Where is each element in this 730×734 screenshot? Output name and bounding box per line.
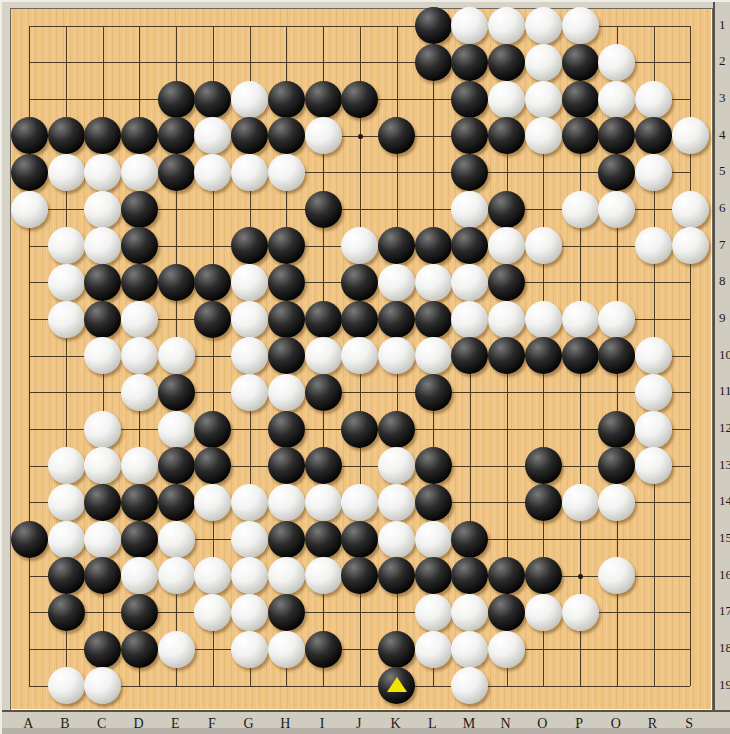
white-stone-E10 — [158, 337, 195, 374]
white-stone-M19 — [451, 667, 488, 704]
black-stone-L9 — [415, 301, 452, 338]
row-label-9: 9 — [719, 310, 726, 326]
white-stone-H5 — [268, 154, 305, 191]
white-stone-E12 — [158, 411, 195, 448]
black-stone-C9 — [84, 301, 121, 338]
black-stone-H8 — [268, 264, 305, 301]
row-label-17: 17 — [719, 603, 730, 619]
white-stone-L17 — [415, 594, 452, 631]
black-stone-I9 — [305, 301, 342, 338]
white-stone-G14 — [231, 484, 268, 521]
black-stone-J15 — [341, 521, 378, 558]
row-label-5: 5 — [719, 163, 726, 179]
white-stone-C19 — [84, 667, 121, 704]
white-stone-I10 — [305, 337, 342, 374]
white-stone-M1 — [451, 7, 488, 44]
white-stone-N1 — [488, 7, 525, 44]
black-stone-E5 — [158, 154, 195, 191]
white-stone-E16 — [158, 557, 195, 594]
row-label-10: 10 — [719, 347, 730, 363]
black-stone-B16 — [48, 557, 85, 594]
white-stone-G9 — [231, 301, 268, 338]
white-stone-G17 — [231, 594, 268, 631]
black-stone-H9 — [268, 301, 305, 338]
row-label-11: 11 — [719, 383, 730, 399]
white-stone-B8 — [48, 264, 85, 301]
black-stone-Q5 — [598, 154, 635, 191]
row-label-15: 15 — [719, 530, 730, 546]
black-stone-G7 — [231, 227, 268, 264]
white-stone-R12 — [635, 411, 672, 448]
black-stone-C16 — [84, 557, 121, 594]
black-stone-M4 — [451, 117, 488, 154]
row-label-1: 1 — [719, 17, 726, 33]
white-stone-N9 — [488, 301, 525, 338]
black-stone-C14 — [84, 484, 121, 521]
black-stone-L7 — [415, 227, 452, 264]
white-stone-R5 — [635, 154, 672, 191]
white-stone-G15 — [231, 521, 268, 558]
white-stone-S4 — [672, 117, 709, 154]
black-stone-M7 — [451, 227, 488, 264]
black-stone-D4 — [121, 117, 158, 154]
white-stone-B15 — [48, 521, 85, 558]
black-stone-F12 — [194, 411, 231, 448]
black-stone-K4 — [378, 117, 415, 154]
black-stone-J8 — [341, 264, 378, 301]
white-stone-B9 — [48, 301, 85, 338]
black-stone-O10 — [525, 337, 562, 374]
white-stone-J10 — [341, 337, 378, 374]
row-label-18: 18 — [719, 640, 730, 656]
last-move-triangle-marker — [387, 677, 407, 692]
go-game-window: 12345678910111213141516171819 ABCDEFGHIJ… — [0, 0, 730, 734]
white-stone-J7 — [341, 227, 378, 264]
black-stone-F13 — [194, 447, 231, 484]
black-stone-N6 — [488, 191, 525, 228]
black-stone-E14 — [158, 484, 195, 521]
white-stone-H18 — [268, 631, 305, 668]
white-stone-O3 — [525, 81, 562, 118]
white-stone-M18 — [451, 631, 488, 668]
white-stone-J14 — [341, 484, 378, 521]
black-stone-C8 — [84, 264, 121, 301]
black-stone-J3 — [341, 81, 378, 118]
white-stone-B5 — [48, 154, 85, 191]
white-stone-F16 — [194, 557, 231, 594]
white-stone-Q9 — [598, 301, 635, 338]
black-stone-H7 — [268, 227, 305, 264]
white-stone-B14 — [48, 484, 85, 521]
white-stone-K8 — [378, 264, 415, 301]
black-stone-E11 — [158, 374, 195, 411]
row-label-14: 14 — [719, 493, 730, 509]
black-stone-H4 — [268, 117, 305, 154]
black-stone-D18 — [121, 631, 158, 668]
white-stone-Q14 — [598, 484, 635, 521]
black-stone-H17 — [268, 594, 305, 631]
black-stone-E4 — [158, 117, 195, 154]
black-stone-M16 — [451, 557, 488, 594]
white-stone-G10 — [231, 337, 268, 374]
black-stone-N10 — [488, 337, 525, 374]
white-stone-I14 — [305, 484, 342, 521]
white-stone-O4 — [525, 117, 562, 154]
black-stone-N4 — [488, 117, 525, 154]
black-stone-H3 — [268, 81, 305, 118]
black-stone-I15 — [305, 521, 342, 558]
white-stone-Q3 — [598, 81, 635, 118]
white-stone-G11 — [231, 374, 268, 411]
black-stone-P10 — [562, 337, 599, 374]
black-stone-N8 — [488, 264, 525, 301]
black-stone-L14 — [415, 484, 452, 521]
row-label-4: 4 — [719, 127, 726, 143]
black-stone-L1 — [415, 7, 452, 44]
row-label-8: 8 — [719, 273, 726, 289]
white-stone-F5 — [194, 154, 231, 191]
black-stone-F9 — [194, 301, 231, 338]
black-stone-M2 — [451, 44, 488, 81]
black-stone-H13 — [268, 447, 305, 484]
white-stone-Q6 — [598, 191, 635, 228]
black-stone-K18 — [378, 631, 415, 668]
black-stone-N16 — [488, 557, 525, 594]
white-stone-F4 — [194, 117, 231, 154]
row-coordinate-strip: 12345678910111213141516171819 — [713, 2, 730, 712]
white-stone-F14 — [194, 484, 231, 521]
black-stone-G4 — [231, 117, 268, 154]
white-stone-M9 — [451, 301, 488, 338]
white-stone-M17 — [451, 594, 488, 631]
black-stone-A15 — [11, 521, 48, 558]
black-stone-H10 — [268, 337, 305, 374]
white-stone-L15 — [415, 521, 452, 558]
row-label-16: 16 — [719, 567, 730, 583]
white-stone-O9 — [525, 301, 562, 338]
black-stone-E8 — [158, 264, 195, 301]
black-stone-F3 — [194, 81, 231, 118]
black-stone-K9 — [378, 301, 415, 338]
white-stone-Q2 — [598, 44, 635, 81]
black-stone-J16 — [341, 557, 378, 594]
grid-line-horizontal — [29, 686, 690, 687]
row-label-12: 12 — [719, 420, 730, 436]
go-board[interactable] — [10, 8, 713, 711]
white-stone-E15 — [158, 521, 195, 558]
white-stone-K14 — [378, 484, 415, 521]
black-stone-K16 — [378, 557, 415, 594]
white-stone-P17 — [562, 594, 599, 631]
white-stone-Q16 — [598, 557, 635, 594]
white-stone-O17 — [525, 594, 562, 631]
white-stone-N7 — [488, 227, 525, 264]
black-stone-B4 — [48, 117, 85, 154]
white-stone-P1 — [562, 7, 599, 44]
white-stone-C7 — [84, 227, 121, 264]
white-stone-R7 — [635, 227, 672, 264]
white-stone-C13 — [84, 447, 121, 484]
white-stone-I4 — [305, 117, 342, 154]
white-stone-N18 — [488, 631, 525, 668]
black-stone-D6 — [121, 191, 158, 228]
black-stone-O13 — [525, 447, 562, 484]
white-stone-B19 — [48, 667, 85, 704]
black-stone-I11 — [305, 374, 342, 411]
black-stone-L2 — [415, 44, 452, 81]
white-stone-A6 — [11, 191, 48, 228]
white-stone-M6 — [451, 191, 488, 228]
white-stone-S7 — [672, 227, 709, 264]
white-stone-L18 — [415, 631, 452, 668]
white-stone-D13 — [121, 447, 158, 484]
black-stone-M5 — [451, 154, 488, 191]
white-stone-O1 — [525, 7, 562, 44]
black-stone-L16 — [415, 557, 452, 594]
black-stone-K12 — [378, 411, 415, 448]
white-stone-H11 — [268, 374, 305, 411]
white-stone-M8 — [451, 264, 488, 301]
white-stone-E18 — [158, 631, 195, 668]
white-stone-K15 — [378, 521, 415, 558]
white-stone-D11 — [121, 374, 158, 411]
white-stone-O2 — [525, 44, 562, 81]
black-stone-O16 — [525, 557, 562, 594]
black-stone-D8 — [121, 264, 158, 301]
white-stone-K10 — [378, 337, 415, 374]
black-stone-Q12 — [598, 411, 635, 448]
window-bottom-edge — [2, 728, 730, 734]
white-stone-C12 — [84, 411, 121, 448]
row-label-7: 7 — [719, 237, 726, 253]
black-stone-Q10 — [598, 337, 635, 374]
white-stone-C5 — [84, 154, 121, 191]
white-stone-D16 — [121, 557, 158, 594]
row-label-13: 13 — [719, 457, 730, 473]
black-stone-J9 — [341, 301, 378, 338]
white-stone-G8 — [231, 264, 268, 301]
black-stone-D15 — [121, 521, 158, 558]
white-stone-S6 — [672, 191, 709, 228]
white-stone-H16 — [268, 557, 305, 594]
white-stone-P9 — [562, 301, 599, 338]
black-stone-L11 — [415, 374, 452, 411]
white-stone-R13 — [635, 447, 672, 484]
black-stone-I18 — [305, 631, 342, 668]
white-stone-B13 — [48, 447, 85, 484]
white-stone-F17 — [194, 594, 231, 631]
black-stone-E13 — [158, 447, 195, 484]
white-stone-K13 — [378, 447, 415, 484]
white-stone-C10 — [84, 337, 121, 374]
white-stone-G3 — [231, 81, 268, 118]
white-stone-P6 — [562, 191, 599, 228]
black-stone-I3 — [305, 81, 342, 118]
black-stone-P3 — [562, 81, 599, 118]
black-stone-P4 — [562, 117, 599, 154]
white-stone-R3 — [635, 81, 672, 118]
black-stone-M10 — [451, 337, 488, 374]
black-stone-I13 — [305, 447, 342, 484]
black-stone-K7 — [378, 227, 415, 264]
row-label-3: 3 — [719, 90, 726, 106]
black-stone-O14 — [525, 484, 562, 521]
black-stone-Q4 — [598, 117, 635, 154]
white-stone-L8 — [415, 264, 452, 301]
black-stone-D14 — [121, 484, 158, 521]
black-stone-C18 — [84, 631, 121, 668]
black-stone-A4 — [11, 117, 48, 154]
white-stone-R11 — [635, 374, 672, 411]
row-label-2: 2 — [719, 53, 726, 69]
star-point-J4 — [358, 134, 363, 139]
white-stone-G18 — [231, 631, 268, 668]
white-stone-H14 — [268, 484, 305, 521]
black-stone-C4 — [84, 117, 121, 154]
row-label-19: 19 — [719, 677, 730, 693]
black-stone-H12 — [268, 411, 305, 448]
white-stone-G16 — [231, 557, 268, 594]
white-stone-C6 — [84, 191, 121, 228]
black-stone-B17 — [48, 594, 85, 631]
white-stone-C15 — [84, 521, 121, 558]
white-stone-N3 — [488, 81, 525, 118]
white-stone-L10 — [415, 337, 452, 374]
white-stone-D9 — [121, 301, 158, 338]
black-stone-J12 — [341, 411, 378, 448]
black-stone-F8 — [194, 264, 231, 301]
white-stone-G5 — [231, 154, 268, 191]
black-stone-D7 — [121, 227, 158, 264]
black-stone-P2 — [562, 44, 599, 81]
row-label-6: 6 — [719, 200, 726, 216]
black-stone-M15 — [451, 521, 488, 558]
star-point-P16 — [578, 574, 583, 579]
white-stone-R10 — [635, 337, 672, 374]
white-stone-D5 — [121, 154, 158, 191]
black-stone-L13 — [415, 447, 452, 484]
black-stone-N17 — [488, 594, 525, 631]
black-stone-N2 — [488, 44, 525, 81]
white-stone-D10 — [121, 337, 158, 374]
white-stone-I16 — [305, 557, 342, 594]
black-stone-D17 — [121, 594, 158, 631]
white-stone-O7 — [525, 227, 562, 264]
white-stone-P14 — [562, 484, 599, 521]
black-stone-M3 — [451, 81, 488, 118]
black-stone-Q13 — [598, 447, 635, 484]
white-stone-B7 — [48, 227, 85, 264]
black-stone-H15 — [268, 521, 305, 558]
black-stone-R4 — [635, 117, 672, 154]
black-stone-E3 — [158, 81, 195, 118]
black-stone-I6 — [305, 191, 342, 228]
black-stone-A5 — [11, 154, 48, 191]
